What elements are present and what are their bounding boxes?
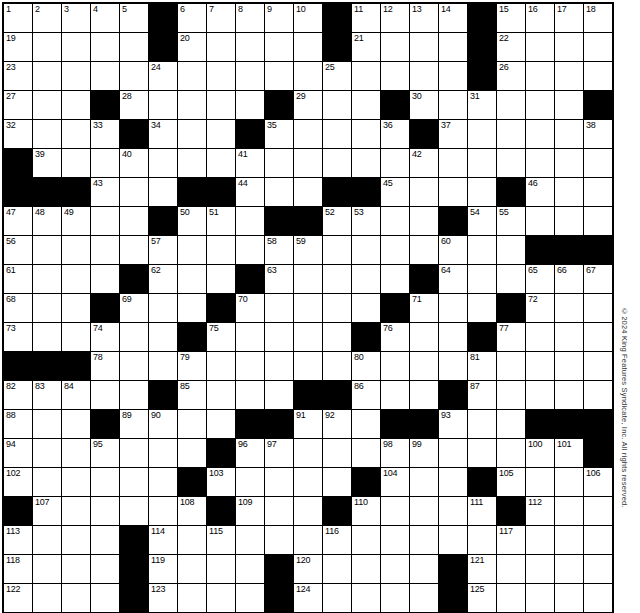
- grid-cell[interactable]: [526, 352, 554, 380]
- grid-cell[interactable]: 30: [410, 91, 438, 119]
- grid-cell[interactable]: [410, 584, 438, 612]
- grid-cell[interactable]: [33, 410, 61, 438]
- grid-cell[interactable]: [584, 497, 612, 525]
- grid-cell[interactable]: 27: [4, 91, 32, 119]
- grid-cell[interactable]: 32: [4, 120, 32, 148]
- grid-cell[interactable]: [91, 149, 119, 177]
- grid-cell[interactable]: [91, 207, 119, 235]
- grid-cell[interactable]: 93: [439, 410, 467, 438]
- grid-cell[interactable]: 46: [526, 178, 554, 206]
- grid-cell[interactable]: 70: [236, 294, 264, 322]
- grid-cell[interactable]: 72: [526, 294, 554, 322]
- grid-cell[interactable]: 31: [468, 91, 496, 119]
- grid-cell[interactable]: [178, 120, 206, 148]
- grid-cell[interactable]: [62, 120, 90, 148]
- grid-cell[interactable]: [120, 381, 148, 409]
- grid-cell[interactable]: [323, 323, 351, 351]
- grid-cell[interactable]: [439, 526, 467, 554]
- grid-cell[interactable]: [33, 584, 61, 612]
- grid-cell[interactable]: 67: [584, 265, 612, 293]
- grid-cell[interactable]: 58: [265, 236, 293, 264]
- grid-cell[interactable]: 89: [120, 410, 148, 438]
- grid-cell[interactable]: [352, 526, 380, 554]
- grid-cell[interactable]: 62: [149, 265, 177, 293]
- grid-cell[interactable]: [381, 497, 409, 525]
- grid-cell[interactable]: [584, 294, 612, 322]
- grid-cell[interactable]: [91, 526, 119, 554]
- grid-cell[interactable]: [265, 33, 293, 61]
- grid-cell[interactable]: [410, 526, 438, 554]
- grid-cell[interactable]: [584, 178, 612, 206]
- grid-cell[interactable]: 104: [381, 468, 409, 496]
- grid-cell[interactable]: [410, 381, 438, 409]
- grid-cell[interactable]: 54: [468, 207, 496, 235]
- grid-cell[interactable]: 80: [352, 352, 380, 380]
- grid-cell[interactable]: 118: [4, 555, 32, 583]
- grid-cell[interactable]: 35: [265, 120, 293, 148]
- grid-cell[interactable]: [207, 555, 235, 583]
- grid-cell[interactable]: 98: [381, 439, 409, 467]
- grid-cell[interactable]: [323, 584, 351, 612]
- grid-cell[interactable]: [352, 584, 380, 612]
- grid-cell[interactable]: [381, 265, 409, 293]
- grid-cell[interactable]: [323, 352, 351, 380]
- grid-cell[interactable]: 125: [468, 584, 496, 612]
- grid-cell[interactable]: [207, 584, 235, 612]
- grid-cell[interactable]: 5: [120, 4, 148, 32]
- grid-cell[interactable]: [468, 236, 496, 264]
- grid-cell[interactable]: 102: [4, 468, 32, 496]
- grid-cell[interactable]: [178, 91, 206, 119]
- grid-cell[interactable]: [294, 468, 322, 496]
- grid-cell[interactable]: [149, 178, 177, 206]
- grid-cell[interactable]: 19: [4, 33, 32, 61]
- grid-cell[interactable]: [62, 497, 90, 525]
- grid-cell[interactable]: [584, 555, 612, 583]
- grid-cell[interactable]: [33, 526, 61, 554]
- grid-cell[interactable]: [439, 91, 467, 119]
- grid-cell[interactable]: 87: [468, 381, 496, 409]
- grid-cell[interactable]: [555, 526, 583, 554]
- grid-cell[interactable]: 63: [265, 265, 293, 293]
- grid-cell[interactable]: 105: [497, 468, 525, 496]
- grid-cell[interactable]: [323, 149, 351, 177]
- grid-cell[interactable]: [410, 62, 438, 90]
- grid-cell[interactable]: 96: [236, 439, 264, 467]
- grid-cell[interactable]: 107: [33, 497, 61, 525]
- grid-cell[interactable]: 22: [497, 33, 525, 61]
- grid-cell[interactable]: 21: [352, 33, 380, 61]
- grid-cell[interactable]: [265, 294, 293, 322]
- grid-cell[interactable]: [207, 62, 235, 90]
- grid-cell[interactable]: 113: [4, 526, 32, 554]
- grid-cell[interactable]: [323, 91, 351, 119]
- grid-cell[interactable]: 65: [526, 265, 554, 293]
- grid-cell[interactable]: [497, 149, 525, 177]
- grid-cell[interactable]: [352, 410, 380, 438]
- grid-cell[interactable]: [352, 294, 380, 322]
- grid-cell[interactable]: 83: [33, 381, 61, 409]
- grid-cell[interactable]: [91, 584, 119, 612]
- grid-cell[interactable]: [323, 265, 351, 293]
- grid-cell[interactable]: 122: [4, 584, 32, 612]
- grid-cell[interactable]: [410, 323, 438, 351]
- grid-cell[interactable]: 47: [4, 207, 32, 235]
- grid-cell[interactable]: [236, 236, 264, 264]
- grid-cell[interactable]: [33, 33, 61, 61]
- grid-cell[interactable]: [91, 555, 119, 583]
- grid-cell[interactable]: 61: [4, 265, 32, 293]
- grid-cell[interactable]: 10: [294, 4, 322, 32]
- grid-cell[interactable]: [265, 323, 293, 351]
- grid-cell[interactable]: [207, 149, 235, 177]
- grid-cell[interactable]: 34: [149, 120, 177, 148]
- grid-cell[interactable]: 60: [439, 236, 467, 264]
- grid-cell[interactable]: [33, 439, 61, 467]
- grid-cell[interactable]: [555, 178, 583, 206]
- grid-cell[interactable]: 74: [91, 323, 119, 351]
- grid-cell[interactable]: [236, 91, 264, 119]
- grid-cell[interactable]: [207, 410, 235, 438]
- grid-cell[interactable]: [236, 62, 264, 90]
- grid-cell[interactable]: 106: [584, 468, 612, 496]
- grid-cell[interactable]: [497, 439, 525, 467]
- grid-cell[interactable]: 79: [178, 352, 206, 380]
- grid-cell[interactable]: [207, 381, 235, 409]
- grid-cell[interactable]: [410, 555, 438, 583]
- grid-cell[interactable]: [62, 526, 90, 554]
- grid-cell[interactable]: [352, 236, 380, 264]
- grid-cell[interactable]: [33, 236, 61, 264]
- grid-cell[interactable]: 66: [555, 265, 583, 293]
- grid-cell[interactable]: [294, 497, 322, 525]
- grid-cell[interactable]: 49: [62, 207, 90, 235]
- grid-cell[interactable]: [91, 62, 119, 90]
- grid-cell[interactable]: [120, 468, 148, 496]
- grid-cell[interactable]: [294, 265, 322, 293]
- grid-cell[interactable]: 116: [323, 526, 351, 554]
- grid-cell[interactable]: 8: [236, 4, 264, 32]
- grid-cell[interactable]: 24: [149, 62, 177, 90]
- grid-cell[interactable]: [555, 352, 583, 380]
- grid-cell[interactable]: [584, 381, 612, 409]
- grid-cell[interactable]: [584, 149, 612, 177]
- grid-cell[interactable]: 11: [352, 4, 380, 32]
- grid-cell[interactable]: 69: [120, 294, 148, 322]
- grid-cell[interactable]: 78: [91, 352, 119, 380]
- grid-cell[interactable]: [91, 468, 119, 496]
- grid-cell[interactable]: [33, 62, 61, 90]
- grid-cell[interactable]: [120, 207, 148, 235]
- grid-cell[interactable]: [526, 207, 554, 235]
- grid-cell[interactable]: [207, 236, 235, 264]
- grid-cell[interactable]: [236, 323, 264, 351]
- grid-cell[interactable]: [555, 497, 583, 525]
- grid-cell[interactable]: 117: [497, 526, 525, 554]
- grid-cell[interactable]: [381, 381, 409, 409]
- grid-cell[interactable]: [352, 91, 380, 119]
- grid-cell[interactable]: [207, 120, 235, 148]
- grid-cell[interactable]: [323, 294, 351, 322]
- grid-cell[interactable]: 42: [410, 149, 438, 177]
- grid-cell[interactable]: 121: [468, 555, 496, 583]
- grid-cell[interactable]: [178, 410, 206, 438]
- grid-cell[interactable]: [178, 555, 206, 583]
- grid-cell[interactable]: 90: [149, 410, 177, 438]
- grid-cell[interactable]: 38: [584, 120, 612, 148]
- grid-cell[interactable]: [352, 120, 380, 148]
- grid-cell[interactable]: [526, 555, 554, 583]
- grid-cell[interactable]: 64: [439, 265, 467, 293]
- grid-cell[interactable]: [62, 323, 90, 351]
- grid-cell[interactable]: [33, 294, 61, 322]
- grid-cell[interactable]: [120, 323, 148, 351]
- grid-cell[interactable]: [178, 294, 206, 322]
- grid-cell[interactable]: [294, 294, 322, 322]
- grid-cell[interactable]: [91, 236, 119, 264]
- grid-cell[interactable]: [294, 149, 322, 177]
- grid-cell[interactable]: [439, 439, 467, 467]
- grid-cell[interactable]: [555, 207, 583, 235]
- grid-cell[interactable]: [149, 352, 177, 380]
- grid-cell[interactable]: [555, 555, 583, 583]
- grid-cell[interactable]: [120, 439, 148, 467]
- grid-cell[interactable]: 39: [33, 149, 61, 177]
- grid-cell[interactable]: [120, 236, 148, 264]
- grid-cell[interactable]: [62, 265, 90, 293]
- grid-cell[interactable]: [352, 555, 380, 583]
- grid-cell[interactable]: 91: [294, 410, 322, 438]
- grid-cell[interactable]: 7: [207, 4, 235, 32]
- grid-cell[interactable]: 124: [294, 584, 322, 612]
- grid-cell[interactable]: 51: [207, 207, 235, 235]
- grid-cell[interactable]: [178, 584, 206, 612]
- grid-cell[interactable]: [33, 555, 61, 583]
- grid-cell[interactable]: [555, 294, 583, 322]
- grid-cell[interactable]: [236, 352, 264, 380]
- grid-cell[interactable]: [584, 323, 612, 351]
- grid-cell[interactable]: 29: [294, 91, 322, 119]
- grid-cell[interactable]: [381, 149, 409, 177]
- grid-cell[interactable]: [149, 439, 177, 467]
- grid-cell[interactable]: 9: [265, 4, 293, 32]
- grid-cell[interactable]: [236, 33, 264, 61]
- grid-cell[interactable]: 76: [381, 323, 409, 351]
- grid-cell[interactable]: [62, 149, 90, 177]
- grid-cell[interactable]: [526, 33, 554, 61]
- grid-cell[interactable]: [497, 265, 525, 293]
- grid-cell[interactable]: 13: [410, 4, 438, 32]
- grid-cell[interactable]: 52: [323, 207, 351, 235]
- grid-cell[interactable]: [468, 439, 496, 467]
- grid-cell[interactable]: [62, 555, 90, 583]
- grid-cell[interactable]: [584, 207, 612, 235]
- grid-cell[interactable]: [381, 207, 409, 235]
- grid-cell[interactable]: 81: [468, 352, 496, 380]
- grid-cell[interactable]: [526, 323, 554, 351]
- grid-cell[interactable]: 37: [439, 120, 467, 148]
- grid-cell[interactable]: 114: [149, 526, 177, 554]
- grid-cell[interactable]: [178, 265, 206, 293]
- grid-cell[interactable]: [526, 584, 554, 612]
- grid-cell[interactable]: [294, 120, 322, 148]
- grid-cell[interactable]: [352, 149, 380, 177]
- grid-cell[interactable]: 115: [207, 526, 235, 554]
- grid-cell[interactable]: 120: [294, 555, 322, 583]
- grid-cell[interactable]: [497, 555, 525, 583]
- grid-cell[interactable]: [120, 178, 148, 206]
- grid-cell[interactable]: 17: [555, 4, 583, 32]
- grid-cell[interactable]: 123: [149, 584, 177, 612]
- grid-cell[interactable]: 109: [236, 497, 264, 525]
- grid-cell[interactable]: [381, 584, 409, 612]
- grid-cell[interactable]: [294, 62, 322, 90]
- grid-cell[interactable]: [352, 439, 380, 467]
- grid-cell[interactable]: [555, 33, 583, 61]
- grid-cell[interactable]: [468, 178, 496, 206]
- grid-cell[interactable]: [62, 236, 90, 264]
- grid-cell[interactable]: [62, 33, 90, 61]
- grid-cell[interactable]: [62, 91, 90, 119]
- grid-cell[interactable]: [439, 33, 467, 61]
- grid-cell[interactable]: [584, 352, 612, 380]
- grid-cell[interactable]: [265, 149, 293, 177]
- grid-cell[interactable]: [468, 526, 496, 554]
- grid-cell[interactable]: [352, 265, 380, 293]
- grid-cell[interactable]: [178, 439, 206, 467]
- grid-cell[interactable]: [468, 410, 496, 438]
- grid-cell[interactable]: [33, 468, 61, 496]
- grid-cell[interactable]: [236, 468, 264, 496]
- grid-cell[interactable]: 14: [439, 4, 467, 32]
- grid-cell[interactable]: [468, 265, 496, 293]
- grid-cell[interactable]: 50: [178, 207, 206, 235]
- grid-cell[interactable]: 110: [352, 497, 380, 525]
- grid-cell[interactable]: 94: [4, 439, 32, 467]
- grid-cell[interactable]: [265, 62, 293, 90]
- grid-cell[interactable]: [62, 410, 90, 438]
- grid-cell[interactable]: [439, 294, 467, 322]
- grid-cell[interactable]: 43: [91, 178, 119, 206]
- grid-cell[interactable]: 6: [178, 4, 206, 32]
- grid-cell[interactable]: [555, 584, 583, 612]
- grid-cell[interactable]: [526, 526, 554, 554]
- grid-cell[interactable]: [207, 265, 235, 293]
- grid-cell[interactable]: 15: [497, 4, 525, 32]
- grid-cell[interactable]: [91, 33, 119, 61]
- grid-cell[interactable]: [323, 468, 351, 496]
- grid-cell[interactable]: [381, 33, 409, 61]
- grid-cell[interactable]: [497, 410, 525, 438]
- grid-cell[interactable]: [265, 526, 293, 554]
- grid-cell[interactable]: 44: [236, 178, 264, 206]
- grid-cell[interactable]: [33, 120, 61, 148]
- grid-cell[interactable]: [294, 352, 322, 380]
- grid-cell[interactable]: [178, 236, 206, 264]
- grid-cell[interactable]: [468, 149, 496, 177]
- grid-cell[interactable]: [265, 468, 293, 496]
- grid-cell[interactable]: [178, 526, 206, 554]
- grid-cell[interactable]: [323, 555, 351, 583]
- grid-cell[interactable]: [497, 91, 525, 119]
- grid-cell[interactable]: [294, 178, 322, 206]
- grid-cell[interactable]: [236, 584, 264, 612]
- grid-cell[interactable]: [410, 178, 438, 206]
- grid-cell[interactable]: 4: [91, 4, 119, 32]
- grid-cell[interactable]: [236, 526, 264, 554]
- grid-cell[interactable]: 26: [497, 62, 525, 90]
- grid-cell[interactable]: 86: [352, 381, 380, 409]
- grid-cell[interactable]: [207, 33, 235, 61]
- grid-cell[interactable]: [439, 497, 467, 525]
- grid-cell[interactable]: [526, 149, 554, 177]
- grid-cell[interactable]: 92: [323, 410, 351, 438]
- grid-cell[interactable]: [381, 62, 409, 90]
- grid-cell[interactable]: [526, 91, 554, 119]
- grid-cell[interactable]: [584, 33, 612, 61]
- grid-cell[interactable]: [33, 265, 61, 293]
- grid-cell[interactable]: 48: [33, 207, 61, 235]
- grid-cell[interactable]: 53: [352, 207, 380, 235]
- grid-cell[interactable]: [265, 381, 293, 409]
- grid-cell[interactable]: 85: [178, 381, 206, 409]
- grid-cell[interactable]: [294, 526, 322, 554]
- grid-cell[interactable]: [323, 236, 351, 264]
- grid-cell[interactable]: [294, 439, 322, 467]
- grid-cell[interactable]: [236, 381, 264, 409]
- grid-cell[interactable]: [381, 526, 409, 554]
- grid-cell[interactable]: 97: [265, 439, 293, 467]
- grid-cell[interactable]: [497, 381, 525, 409]
- grid-cell[interactable]: [62, 468, 90, 496]
- grid-cell[interactable]: [149, 294, 177, 322]
- grid-cell[interactable]: [497, 120, 525, 148]
- grid-cell[interactable]: [526, 62, 554, 90]
- grid-cell[interactable]: [381, 236, 409, 264]
- grid-cell[interactable]: 25: [323, 62, 351, 90]
- grid-cell[interactable]: [149, 149, 177, 177]
- grid-cell[interactable]: [439, 352, 467, 380]
- grid-cell[interactable]: 68: [4, 294, 32, 322]
- grid-cell[interactable]: [555, 323, 583, 351]
- grid-cell[interactable]: [33, 323, 61, 351]
- grid-cell[interactable]: [91, 265, 119, 293]
- grid-cell[interactable]: 103: [207, 468, 235, 496]
- grid-cell[interactable]: 55: [497, 207, 525, 235]
- grid-cell[interactable]: [62, 439, 90, 467]
- grid-cell[interactable]: 40: [120, 149, 148, 177]
- grid-cell[interactable]: [120, 62, 148, 90]
- grid-cell[interactable]: 33: [91, 120, 119, 148]
- grid-cell[interactable]: 57: [149, 236, 177, 264]
- grid-cell[interactable]: [265, 352, 293, 380]
- grid-cell[interactable]: [62, 584, 90, 612]
- grid-cell[interactable]: 112: [526, 497, 554, 525]
- grid-cell[interactable]: [584, 526, 612, 554]
- grid-cell[interactable]: [149, 91, 177, 119]
- grid-cell[interactable]: 56: [4, 236, 32, 264]
- grid-cell[interactable]: [178, 149, 206, 177]
- grid-cell[interactable]: [584, 62, 612, 90]
- grid-cell[interactable]: [120, 352, 148, 380]
- grid-cell[interactable]: 82: [4, 381, 32, 409]
- grid-cell[interactable]: [91, 497, 119, 525]
- grid-cell[interactable]: [439, 149, 467, 177]
- grid-cell[interactable]: [497, 236, 525, 264]
- grid-cell[interactable]: [352, 62, 380, 90]
- grid-cell[interactable]: [236, 555, 264, 583]
- grid-cell[interactable]: [294, 33, 322, 61]
